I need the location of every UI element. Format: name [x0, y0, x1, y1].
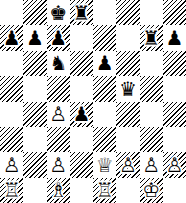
piece-black-pawn[interactable]: ♟: [26, 28, 44, 48]
square-h3[interactable]: [163, 127, 186, 152]
square-e5[interactable]: [93, 76, 116, 101]
square-h4[interactable]: [163, 102, 186, 127]
square-c7[interactable]: ♟: [47, 25, 70, 50]
square-h8[interactable]: [163, 0, 186, 25]
piece-white-rook[interactable]: ♖: [3, 180, 21, 200]
square-b6[interactable]: [23, 51, 46, 76]
square-d6[interactable]: [70, 51, 93, 76]
square-g2[interactable]: ♙: [140, 152, 163, 177]
piece-white-queen[interactable]: ♕: [96, 155, 114, 175]
square-d3[interactable]: [70, 127, 93, 152]
piece-black-pawn[interactable]: ♟: [72, 104, 90, 124]
piece-white-pawn[interactable]: ♙: [142, 155, 160, 175]
square-b4[interactable]: [23, 102, 46, 127]
square-b8[interactable]: [23, 0, 46, 25]
square-f3[interactable]: [116, 127, 139, 152]
square-b5[interactable]: [23, 76, 46, 101]
square-c3[interactable]: [47, 127, 70, 152]
square-g8[interactable]: [140, 0, 163, 25]
square-h2[interactable]: ♙: [163, 152, 186, 177]
square-g6[interactable]: [140, 51, 163, 76]
square-f1[interactable]: [116, 178, 139, 203]
square-d1[interactable]: [70, 178, 93, 203]
square-c4[interactable]: ♙: [47, 102, 70, 127]
piece-white-pawn[interactable]: ♙: [165, 155, 183, 175]
square-h7[interactable]: ♟: [163, 25, 186, 50]
square-d8[interactable]: ♜: [70, 0, 93, 25]
square-c6[interactable]: ♞: [47, 51, 70, 76]
square-a5[interactable]: [0, 76, 23, 101]
piece-white-king[interactable]: ♔: [142, 180, 160, 200]
piece-black-queen[interactable]: ♛: [119, 79, 137, 99]
square-f8[interactable]: [116, 0, 139, 25]
square-f5[interactable]: ♛: [116, 76, 139, 101]
piece-white-pawn[interactable]: ♙: [49, 104, 67, 124]
square-e7[interactable]: [93, 25, 116, 50]
square-a7[interactable]: ♟: [0, 25, 23, 50]
piece-black-pawn[interactable]: ♟: [3, 28, 21, 48]
piece-black-pawn[interactable]: ♟: [165, 28, 183, 48]
square-d7[interactable]: [70, 25, 93, 50]
square-h5[interactable]: [163, 76, 186, 101]
square-a6[interactable]: [0, 51, 23, 76]
square-c8[interactable]: ♚: [47, 0, 70, 25]
square-f6[interactable]: [116, 51, 139, 76]
square-b3[interactable]: [23, 127, 46, 152]
square-a3[interactable]: [0, 127, 23, 152]
square-a8[interactable]: [0, 0, 23, 25]
square-g5[interactable]: [140, 76, 163, 101]
square-e2[interactable]: ♕: [93, 152, 116, 177]
square-e1[interactable]: ♖: [93, 178, 116, 203]
square-g1[interactable]: ♔: [140, 178, 163, 203]
square-e6[interactable]: ♟: [93, 51, 116, 76]
piece-white-bishop[interactable]: ♗: [49, 180, 67, 200]
square-b1[interactable]: [23, 178, 46, 203]
square-e4[interactable]: [93, 102, 116, 127]
square-d4[interactable]: ♟: [70, 102, 93, 127]
square-c1[interactable]: ♗: [47, 178, 70, 203]
square-f7[interactable]: [116, 25, 139, 50]
square-a4[interactable]: [0, 102, 23, 127]
piece-black-king[interactable]: ♚: [49, 3, 67, 23]
piece-black-pawn[interactable]: ♟: [49, 28, 67, 48]
square-a2[interactable]: ♙: [0, 152, 23, 177]
square-f2[interactable]: ♙: [116, 152, 139, 177]
piece-white-pawn[interactable]: ♙: [49, 155, 67, 175]
piece-white-pawn[interactable]: ♙: [119, 155, 137, 175]
square-d5[interactable]: [70, 76, 93, 101]
square-a1[interactable]: ♖: [0, 178, 23, 203]
square-f4[interactable]: [116, 102, 139, 127]
piece-black-rook[interactable]: ♜: [142, 28, 160, 48]
square-b2[interactable]: [23, 152, 46, 177]
piece-black-knight[interactable]: ♞: [49, 53, 67, 73]
square-e8[interactable]: [93, 0, 116, 25]
square-h1[interactable]: [163, 178, 186, 203]
chess-board: ♚♜♟♟♟♜♟♞♟♛♙♟♙♙♕♙♙♙♖♗♖♔: [0, 0, 186, 203]
square-g3[interactable]: [140, 127, 163, 152]
square-b7[interactable]: ♟: [23, 25, 46, 50]
square-h6[interactable]: [163, 51, 186, 76]
square-c2[interactable]: ♙: [47, 152, 70, 177]
piece-white-rook[interactable]: ♖: [96, 180, 114, 200]
square-e3[interactable]: [93, 127, 116, 152]
square-g7[interactable]: ♜: [140, 25, 163, 50]
square-c5[interactable]: [47, 76, 70, 101]
square-g4[interactable]: [140, 102, 163, 127]
piece-black-rook[interactable]: ♜: [72, 3, 90, 23]
piece-black-pawn[interactable]: ♟: [96, 53, 114, 73]
piece-white-pawn[interactable]: ♙: [3, 155, 21, 175]
square-d2[interactable]: [70, 152, 93, 177]
